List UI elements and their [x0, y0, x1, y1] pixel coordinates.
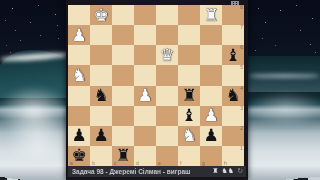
piece-bN-b4: ♞ — [93, 87, 108, 104]
piece-wP-a7: ♟ — [71, 26, 86, 43]
square-b4[interactable]: ♞ — [90, 86, 112, 106]
square-g3[interactable]: ♟ — [200, 106, 222, 126]
square-b2[interactable]: ♟ — [90, 126, 112, 146]
square-d6[interactable] — [134, 45, 156, 65]
rank-label-5: 5 — [240, 65, 243, 70]
rook-icon[interactable]: ♜ — [212, 168, 218, 175]
piece-bR-f4: ♜ — [181, 87, 196, 104]
rank-label-1: 1 — [240, 146, 243, 151]
piece-wN-a5: ♞ — [71, 66, 86, 83]
square-a2[interactable]: ♟ — [68, 126, 90, 146]
sea-foam — [248, 74, 320, 78]
square-d4[interactable]: ♟ — [134, 86, 156, 106]
chess-board: ♚♜8♟7♛♝6♞5♞♟♜♞4♝♟3♟♟♞♟2♚ab♜cdefg1h — [68, 5, 244, 166]
square-e8[interactable] — [156, 5, 178, 25]
rank-label-8: 8 — [240, 5, 243, 10]
square-c4[interactable] — [112, 86, 134, 106]
chess-widget: ♚♜8♟7♛♝6♞5♞♟♜♞4♝♟3♟♟♞♟2♚ab♜cdefg1h Задач… — [66, 0, 248, 180]
screenshot-root: ♚♜8♟7♛♝6♞5♞♟♜♞4♝♟3♟♟♞♟2♚ab♜cdefg1h Задач… — [0, 0, 320, 180]
piece-bR-c1: ♜ — [115, 147, 130, 164]
piece-wP-d4: ♟ — [137, 87, 152, 104]
piece-bB-h6: ♝ — [225, 46, 240, 63]
piece-wR-g8: ♜ — [203, 6, 218, 23]
piece-bN-h4: ♞ — [225, 87, 240, 104]
task-caption: Задача 98 - Джеремі Сілман - виграш — [68, 168, 212, 175]
rank-label-3: 3 — [240, 106, 243, 111]
square-c7[interactable] — [112, 25, 134, 45]
square-e3[interactable] — [156, 106, 178, 126]
square-e6[interactable]: ♛ — [156, 45, 178, 65]
square-e5[interactable] — [156, 65, 178, 85]
square-h1[interactable]: 1h — [222, 146, 244, 166]
status-icons: ♜♞♞↻ — [212, 168, 246, 175]
square-g1[interactable]: g — [200, 146, 222, 166]
square-c6[interactable] — [112, 45, 134, 65]
knights-icon[interactable]: ♞♞ — [222, 168, 235, 175]
piece-bP-a2: ♟ — [71, 127, 86, 144]
square-c3[interactable] — [112, 106, 134, 126]
square-h2[interactable]: 2 — [222, 126, 244, 146]
square-e4[interactable] — [156, 86, 178, 106]
surf-foam — [246, 92, 320, 126]
square-g4[interactable] — [200, 86, 222, 106]
square-f6[interactable] — [178, 45, 200, 65]
square-a6[interactable] — [68, 45, 90, 65]
square-g6[interactable] — [200, 45, 222, 65]
square-g7[interactable] — [200, 25, 222, 45]
piece-wN-f2: ♞ — [181, 127, 196, 144]
square-f8[interactable] — [178, 5, 200, 25]
square-g8[interactable]: ♜ — [200, 5, 222, 25]
square-d7[interactable] — [134, 25, 156, 45]
piece-bP-g2: ♟ — [203, 127, 218, 144]
piece-bB-f3: ♝ — [181, 107, 196, 124]
starfield — [0, 0, 1, 1]
square-h3[interactable]: 3 — [222, 106, 244, 126]
surf-foam — [6, 118, 70, 162]
square-a5[interactable]: ♞ — [68, 65, 90, 85]
square-d3[interactable] — [134, 106, 156, 126]
rank-label-7: 7 — [240, 25, 243, 30]
piece-wP-g3: ♟ — [203, 107, 218, 124]
rank-label-6: 6 — [240, 45, 243, 50]
refresh-icon[interactable]: ↻ — [237, 168, 243, 175]
rank-label-4: 4 — [240, 86, 243, 91]
square-d5[interactable] — [134, 65, 156, 85]
square-a4[interactable] — [68, 86, 90, 106]
square-b3[interactable] — [90, 106, 112, 126]
square-d8[interactable] — [134, 5, 156, 25]
square-b6[interactable] — [90, 45, 112, 65]
rank-label-2: 2 — [240, 126, 243, 131]
square-c2[interactable] — [112, 126, 134, 146]
square-a3[interactable] — [68, 106, 90, 126]
square-f4[interactable]: ♜ — [178, 86, 200, 106]
piece-wK-b8: ♚ — [93, 6, 108, 23]
square-f3[interactable]: ♝ — [178, 106, 200, 126]
square-g2[interactable]: ♟ — [200, 126, 222, 146]
square-d1[interactable]: d — [134, 146, 156, 166]
square-c8[interactable] — [112, 5, 134, 25]
square-e1[interactable]: e — [156, 146, 178, 166]
square-b1[interactable]: b — [90, 146, 112, 166]
square-a1[interactable]: ♚a — [68, 146, 90, 166]
square-h8[interactable]: 8 — [222, 5, 244, 25]
square-b5[interactable] — [90, 65, 112, 85]
square-c5[interactable] — [112, 65, 134, 85]
piece-wQ-e6: ♛ — [159, 46, 174, 63]
square-h4[interactable]: ♞4 — [222, 86, 244, 106]
square-h6[interactable]: ♝6 — [222, 45, 244, 65]
square-f7[interactable] — [178, 25, 200, 45]
square-d2[interactable] — [134, 126, 156, 146]
square-g5[interactable] — [200, 65, 222, 85]
square-a8[interactable] — [68, 5, 90, 25]
square-a7[interactable]: ♟ — [68, 25, 90, 45]
square-b8[interactable]: ♚ — [90, 5, 112, 25]
square-e7[interactable] — [156, 25, 178, 45]
piece-bK-a1: ♚ — [71, 147, 86, 164]
square-f5[interactable] — [178, 65, 200, 85]
square-c1[interactable]: ♜c — [112, 146, 134, 166]
square-f2[interactable]: ♞ — [178, 126, 200, 146]
square-f1[interactable]: f — [178, 146, 200, 166]
square-e2[interactable] — [156, 126, 178, 146]
piece-bP-b2: ♟ — [93, 127, 108, 144]
square-h7[interactable]: 7 — [222, 25, 244, 45]
square-b7[interactable] — [90, 25, 112, 45]
square-h5[interactable]: 5 — [222, 65, 244, 85]
status-bar: Задача 98 - Джеремі Сілман - виграш ♜♞♞↻ — [68, 166, 246, 177]
